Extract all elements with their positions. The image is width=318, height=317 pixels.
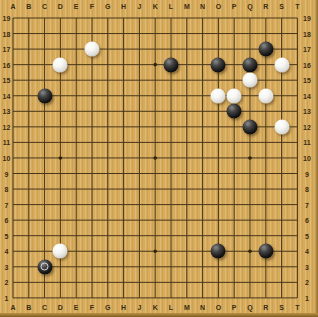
row-label-left: 11 (3, 139, 10, 146)
star-point (248, 249, 252, 253)
row-label-right: 5 (305, 232, 309, 239)
row-label-left: 7 (5, 201, 9, 208)
column-label-top: D (58, 2, 63, 9)
column-label-bottom: A (10, 303, 15, 310)
black-stone[interactable] (37, 259, 52, 274)
column-label-bottom: C (42, 303, 47, 310)
white-stone[interactable] (211, 88, 226, 103)
row-label-left: 2 (5, 279, 9, 286)
white-stone[interactable] (243, 73, 258, 88)
row-label-left: 16 (3, 61, 11, 68)
column-label-top: P (232, 2, 237, 9)
row-label-right: 17 (303, 46, 311, 53)
column-label-bottom: M (184, 303, 190, 310)
row-label-right: 6 (305, 217, 309, 224)
row-label-left: 13 (3, 108, 11, 115)
column-label-bottom: H (121, 303, 126, 310)
column-label-bottom: S (279, 303, 284, 310)
row-label-left: 15 (3, 77, 11, 84)
row-label-left: 4 (5, 248, 9, 255)
column-label-top: G (105, 2, 110, 9)
board-edge-bottom (0, 313, 318, 317)
row-label-left: 6 (5, 217, 9, 224)
column-label-bottom: K (153, 303, 158, 310)
star-point (153, 249, 157, 253)
column-label-bottom: D (58, 303, 63, 310)
row-label-left: 10 (3, 154, 11, 161)
row-label-left: 8 (5, 186, 9, 193)
column-label-top: E (74, 2, 79, 9)
row-label-right: 16 (303, 61, 311, 68)
column-label-bottom: L (169, 303, 173, 310)
black-stone[interactable] (164, 57, 179, 72)
row-label-left: 9 (5, 170, 9, 177)
column-label-bottom: J (137, 303, 141, 310)
row-label-left: 19 (3, 15, 11, 22)
row-label-left: 3 (5, 263, 9, 270)
row-label-right: 2 (305, 279, 309, 286)
column-label-top: O (216, 2, 221, 9)
row-label-left: 17 (3, 46, 11, 53)
white-stone[interactable] (85, 42, 100, 57)
column-label-top: S (279, 2, 284, 9)
row-label-right: 18 (303, 30, 311, 37)
row-label-right: 9 (305, 170, 309, 177)
row-label-right: 14 (303, 92, 311, 99)
column-label-top: Q (247, 2, 252, 9)
row-label-left: 14 (3, 92, 11, 99)
row-label-right: 12 (303, 123, 311, 130)
row-label-right: 4 (305, 248, 309, 255)
column-label-top: L (169, 2, 173, 9)
row-label-right: 15 (303, 77, 311, 84)
column-label-bottom: G (105, 303, 110, 310)
go-board[interactable]: AABBCCDDEEFFGGHHJJKKLLMMNNOOPPQQRRSSTT19… (0, 0, 318, 317)
star-point (248, 156, 252, 160)
white-stone[interactable] (227, 88, 242, 103)
column-label-top: M (184, 2, 190, 9)
white-stone[interactable] (258, 88, 273, 103)
black-stone[interactable] (37, 88, 52, 103)
column-label-top: R (263, 2, 268, 9)
column-label-top: H (121, 2, 126, 9)
column-label-bottom: T (295, 303, 299, 310)
column-label-bottom: Q (247, 303, 252, 310)
column-label-top: K (153, 2, 158, 9)
column-label-top: N (200, 2, 205, 9)
board-edge-right (315, 0, 318, 317)
black-stone[interactable] (211, 57, 226, 72)
black-stone[interactable] (243, 119, 258, 134)
row-label-left: 18 (3, 30, 11, 37)
row-label-right: 3 (305, 263, 309, 270)
last-move-marker (40, 262, 48, 270)
black-stone[interactable] (211, 244, 226, 259)
black-stone[interactable] (258, 42, 273, 57)
white-stone[interactable] (274, 119, 289, 134)
column-label-bottom: P (232, 303, 237, 310)
row-label-right: 13 (303, 108, 311, 115)
column-label-bottom: F (90, 303, 94, 310)
column-label-bottom: B (26, 303, 31, 310)
column-label-top: J (137, 2, 141, 9)
black-stone[interactable] (227, 104, 242, 119)
white-stone[interactable] (274, 57, 289, 72)
star-point (59, 156, 63, 160)
column-label-bottom: E (74, 303, 79, 310)
row-label-right: 7 (305, 201, 309, 208)
column-label-top: F (90, 2, 94, 9)
column-label-top: T (295, 2, 299, 9)
column-label-bottom: N (200, 303, 205, 310)
row-label-right: 19 (303, 15, 311, 22)
column-label-top: B (26, 2, 31, 9)
column-label-top: C (42, 2, 47, 9)
row-label-right: 11 (303, 139, 310, 146)
star-point (153, 63, 157, 67)
column-label-bottom: O (216, 303, 221, 310)
row-label-right: 10 (303, 154, 311, 161)
black-stone[interactable] (258, 244, 273, 259)
row-label-left: 1 (5, 294, 9, 301)
column-label-bottom: R (263, 303, 268, 310)
white-stone[interactable] (53, 244, 68, 259)
row-label-right: 1 (305, 294, 309, 301)
row-label-left: 5 (5, 232, 9, 239)
white-stone[interactable] (53, 57, 68, 72)
column-label-top: A (10, 2, 15, 9)
black-stone[interactable] (243, 57, 258, 72)
row-label-right: 8 (305, 186, 309, 193)
star-point (153, 156, 157, 160)
row-label-left: 12 (3, 123, 11, 130)
